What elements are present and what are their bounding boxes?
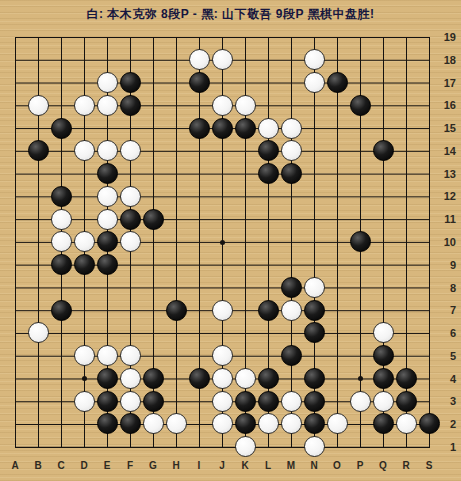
stone-G2[interactable] bbox=[143, 413, 164, 434]
stone-J16[interactable] bbox=[212, 95, 233, 116]
row-label-11: 11 bbox=[436, 213, 456, 225]
stone-N7[interactable] bbox=[304, 300, 325, 321]
stone-H7[interactable] bbox=[166, 300, 187, 321]
stone-Q4[interactable] bbox=[373, 368, 394, 389]
stone-F5[interactable] bbox=[120, 345, 141, 366]
stone-R3[interactable] bbox=[396, 391, 417, 412]
row-label-17: 17 bbox=[436, 77, 456, 89]
row-label-16: 16 bbox=[436, 99, 456, 111]
column-label-P: P bbox=[351, 460, 369, 471]
stone-E9[interactable] bbox=[97, 254, 118, 275]
stones-layer[interactable] bbox=[4, 26, 441, 459]
stone-N3[interactable] bbox=[304, 391, 325, 412]
stone-Q6[interactable] bbox=[373, 322, 394, 343]
column-label-I: I bbox=[190, 460, 208, 471]
stone-Q2[interactable] bbox=[373, 413, 394, 434]
stone-J2[interactable] bbox=[212, 413, 233, 434]
stone-K2[interactable] bbox=[235, 413, 256, 434]
column-label-C: C bbox=[52, 460, 70, 471]
row-label-7: 7 bbox=[436, 304, 456, 316]
row-label-12: 12 bbox=[436, 190, 456, 202]
stone-M2[interactable] bbox=[281, 413, 302, 434]
column-label-B: B bbox=[29, 460, 47, 471]
row-label-10: 10 bbox=[436, 236, 456, 248]
row-label-9: 9 bbox=[436, 259, 456, 271]
stone-B14[interactable] bbox=[28, 140, 49, 161]
stone-C10[interactable] bbox=[51, 231, 72, 252]
row-label-19: 19 bbox=[436, 31, 456, 43]
stone-C7[interactable] bbox=[51, 300, 72, 321]
stone-I15[interactable] bbox=[189, 118, 210, 139]
stone-P10[interactable] bbox=[350, 231, 371, 252]
stone-I17[interactable] bbox=[189, 72, 210, 93]
stone-N1[interactable] bbox=[304, 436, 325, 457]
stone-O2[interactable] bbox=[327, 413, 348, 434]
row-label-1: 1 bbox=[436, 441, 456, 453]
stone-Q3[interactable] bbox=[373, 391, 394, 412]
stone-C12[interactable] bbox=[51, 186, 72, 207]
stone-B16[interactable] bbox=[28, 95, 49, 116]
column-label-D: D bbox=[75, 460, 93, 471]
stone-J4[interactable] bbox=[212, 368, 233, 389]
column-label-R: R bbox=[397, 460, 415, 471]
stone-E14[interactable] bbox=[97, 140, 118, 161]
stone-O17[interactable] bbox=[327, 72, 348, 93]
stone-K4[interactable] bbox=[235, 368, 256, 389]
stone-E13[interactable] bbox=[97, 163, 118, 184]
stone-L7[interactable] bbox=[258, 300, 279, 321]
column-label-S: S bbox=[420, 460, 438, 471]
stone-I18[interactable] bbox=[189, 49, 210, 70]
row-label-5: 5 bbox=[436, 350, 456, 362]
stone-G3[interactable] bbox=[143, 391, 164, 412]
column-label-A: A bbox=[6, 460, 24, 471]
stone-M5[interactable] bbox=[281, 345, 302, 366]
stone-Q14[interactable] bbox=[373, 140, 394, 161]
row-label-2: 2 bbox=[436, 418, 456, 430]
row-label-4: 4 bbox=[436, 373, 456, 385]
stone-N2[interactable] bbox=[304, 413, 325, 434]
stone-E2[interactable] bbox=[97, 413, 118, 434]
column-label-M: M bbox=[282, 460, 300, 471]
column-label-H: H bbox=[167, 460, 185, 471]
stone-E3[interactable] bbox=[97, 391, 118, 412]
stone-F2[interactable] bbox=[120, 413, 141, 434]
stone-F4[interactable] bbox=[120, 368, 141, 389]
stone-E5[interactable] bbox=[97, 345, 118, 366]
column-label-N: N bbox=[305, 460, 323, 471]
stone-D16[interactable] bbox=[74, 95, 95, 116]
stone-K16[interactable] bbox=[235, 95, 256, 116]
stone-E10[interactable] bbox=[97, 231, 118, 252]
stone-L14[interactable] bbox=[258, 140, 279, 161]
stone-K3[interactable] bbox=[235, 391, 256, 412]
stone-B6[interactable] bbox=[28, 322, 49, 343]
stone-J15[interactable] bbox=[212, 118, 233, 139]
stone-E12[interactable] bbox=[97, 186, 118, 207]
stone-F17[interactable] bbox=[120, 72, 141, 93]
stone-N8[interactable] bbox=[304, 277, 325, 298]
row-label-3: 3 bbox=[436, 395, 456, 407]
stone-F3[interactable] bbox=[120, 391, 141, 412]
stone-N6[interactable] bbox=[304, 322, 325, 343]
row-label-8: 8 bbox=[436, 282, 456, 294]
stone-C15[interactable] bbox=[51, 118, 72, 139]
stone-E16[interactable] bbox=[97, 95, 118, 116]
column-label-G: G bbox=[144, 460, 162, 471]
column-label-F: F bbox=[121, 460, 139, 471]
stone-D9[interactable] bbox=[74, 254, 95, 275]
stone-K1[interactable] bbox=[235, 436, 256, 457]
row-label-15: 15 bbox=[436, 122, 456, 134]
stone-N17[interactable] bbox=[304, 72, 325, 93]
stone-C9[interactable] bbox=[51, 254, 72, 275]
row-label-14: 14 bbox=[436, 145, 456, 157]
stone-D3[interactable] bbox=[74, 391, 95, 412]
stone-M7[interactable] bbox=[281, 300, 302, 321]
stone-M13[interactable] bbox=[281, 163, 302, 184]
column-label-E: E bbox=[98, 460, 116, 471]
stone-J18[interactable] bbox=[212, 49, 233, 70]
stone-E4[interactable] bbox=[97, 368, 118, 389]
stone-R2[interactable] bbox=[396, 413, 417, 434]
stone-C11[interactable] bbox=[51, 209, 72, 230]
stone-D14[interactable] bbox=[74, 140, 95, 161]
row-label-18: 18 bbox=[436, 54, 456, 66]
stone-E17[interactable] bbox=[97, 72, 118, 93]
row-label-13: 13 bbox=[436, 168, 456, 180]
stone-J3[interactable] bbox=[212, 391, 233, 412]
stone-L2[interactable] bbox=[258, 413, 279, 434]
stone-F16[interactable] bbox=[120, 95, 141, 116]
stone-G11[interactable] bbox=[143, 209, 164, 230]
stone-J5[interactable] bbox=[212, 345, 233, 366]
go-app-window: 白: 本木克弥 8段P - 黑: 山下敬吾 9段P 黑棋中盘胜! ABCDEFG… bbox=[0, 0, 461, 481]
stone-P3[interactable] bbox=[350, 391, 371, 412]
stone-H2[interactable] bbox=[166, 413, 187, 434]
stone-L3[interactable] bbox=[258, 391, 279, 412]
stone-L13[interactable] bbox=[258, 163, 279, 184]
column-label-J: J bbox=[213, 460, 231, 471]
stone-I4[interactable] bbox=[189, 368, 210, 389]
column-label-Q: Q bbox=[374, 460, 392, 471]
stone-D10[interactable] bbox=[74, 231, 95, 252]
stone-M3[interactable] bbox=[281, 391, 302, 412]
stone-F12[interactable] bbox=[120, 186, 141, 207]
stone-M14[interactable] bbox=[281, 140, 302, 161]
column-label-K: K bbox=[236, 460, 254, 471]
stone-N4[interactable] bbox=[304, 368, 325, 389]
column-label-O: O bbox=[328, 460, 346, 471]
stone-J7[interactable] bbox=[212, 300, 233, 321]
stone-R4[interactable] bbox=[396, 368, 417, 389]
column-label-L: L bbox=[259, 460, 277, 471]
stone-N18[interactable] bbox=[304, 49, 325, 70]
game-info-title: 白: 本木克弥 8段P - 黑: 山下敬吾 9段P 黑棋中盘胜! bbox=[0, 6, 461, 23]
stone-G4[interactable] bbox=[143, 368, 164, 389]
stone-E11[interactable] bbox=[97, 209, 118, 230]
stone-D5[interactable] bbox=[74, 345, 95, 366]
stone-L4[interactable] bbox=[258, 368, 279, 389]
stone-F14[interactable] bbox=[120, 140, 141, 161]
stone-L15[interactable] bbox=[258, 118, 279, 139]
stone-M8[interactable] bbox=[281, 277, 302, 298]
stone-K15[interactable] bbox=[235, 118, 256, 139]
stone-F10[interactable] bbox=[120, 231, 141, 252]
stone-M15[interactable] bbox=[281, 118, 302, 139]
row-label-6: 6 bbox=[436, 327, 456, 339]
stone-Q5[interactable] bbox=[373, 345, 394, 366]
stone-F11[interactable] bbox=[120, 209, 141, 230]
stone-P16[interactable] bbox=[350, 95, 371, 116]
